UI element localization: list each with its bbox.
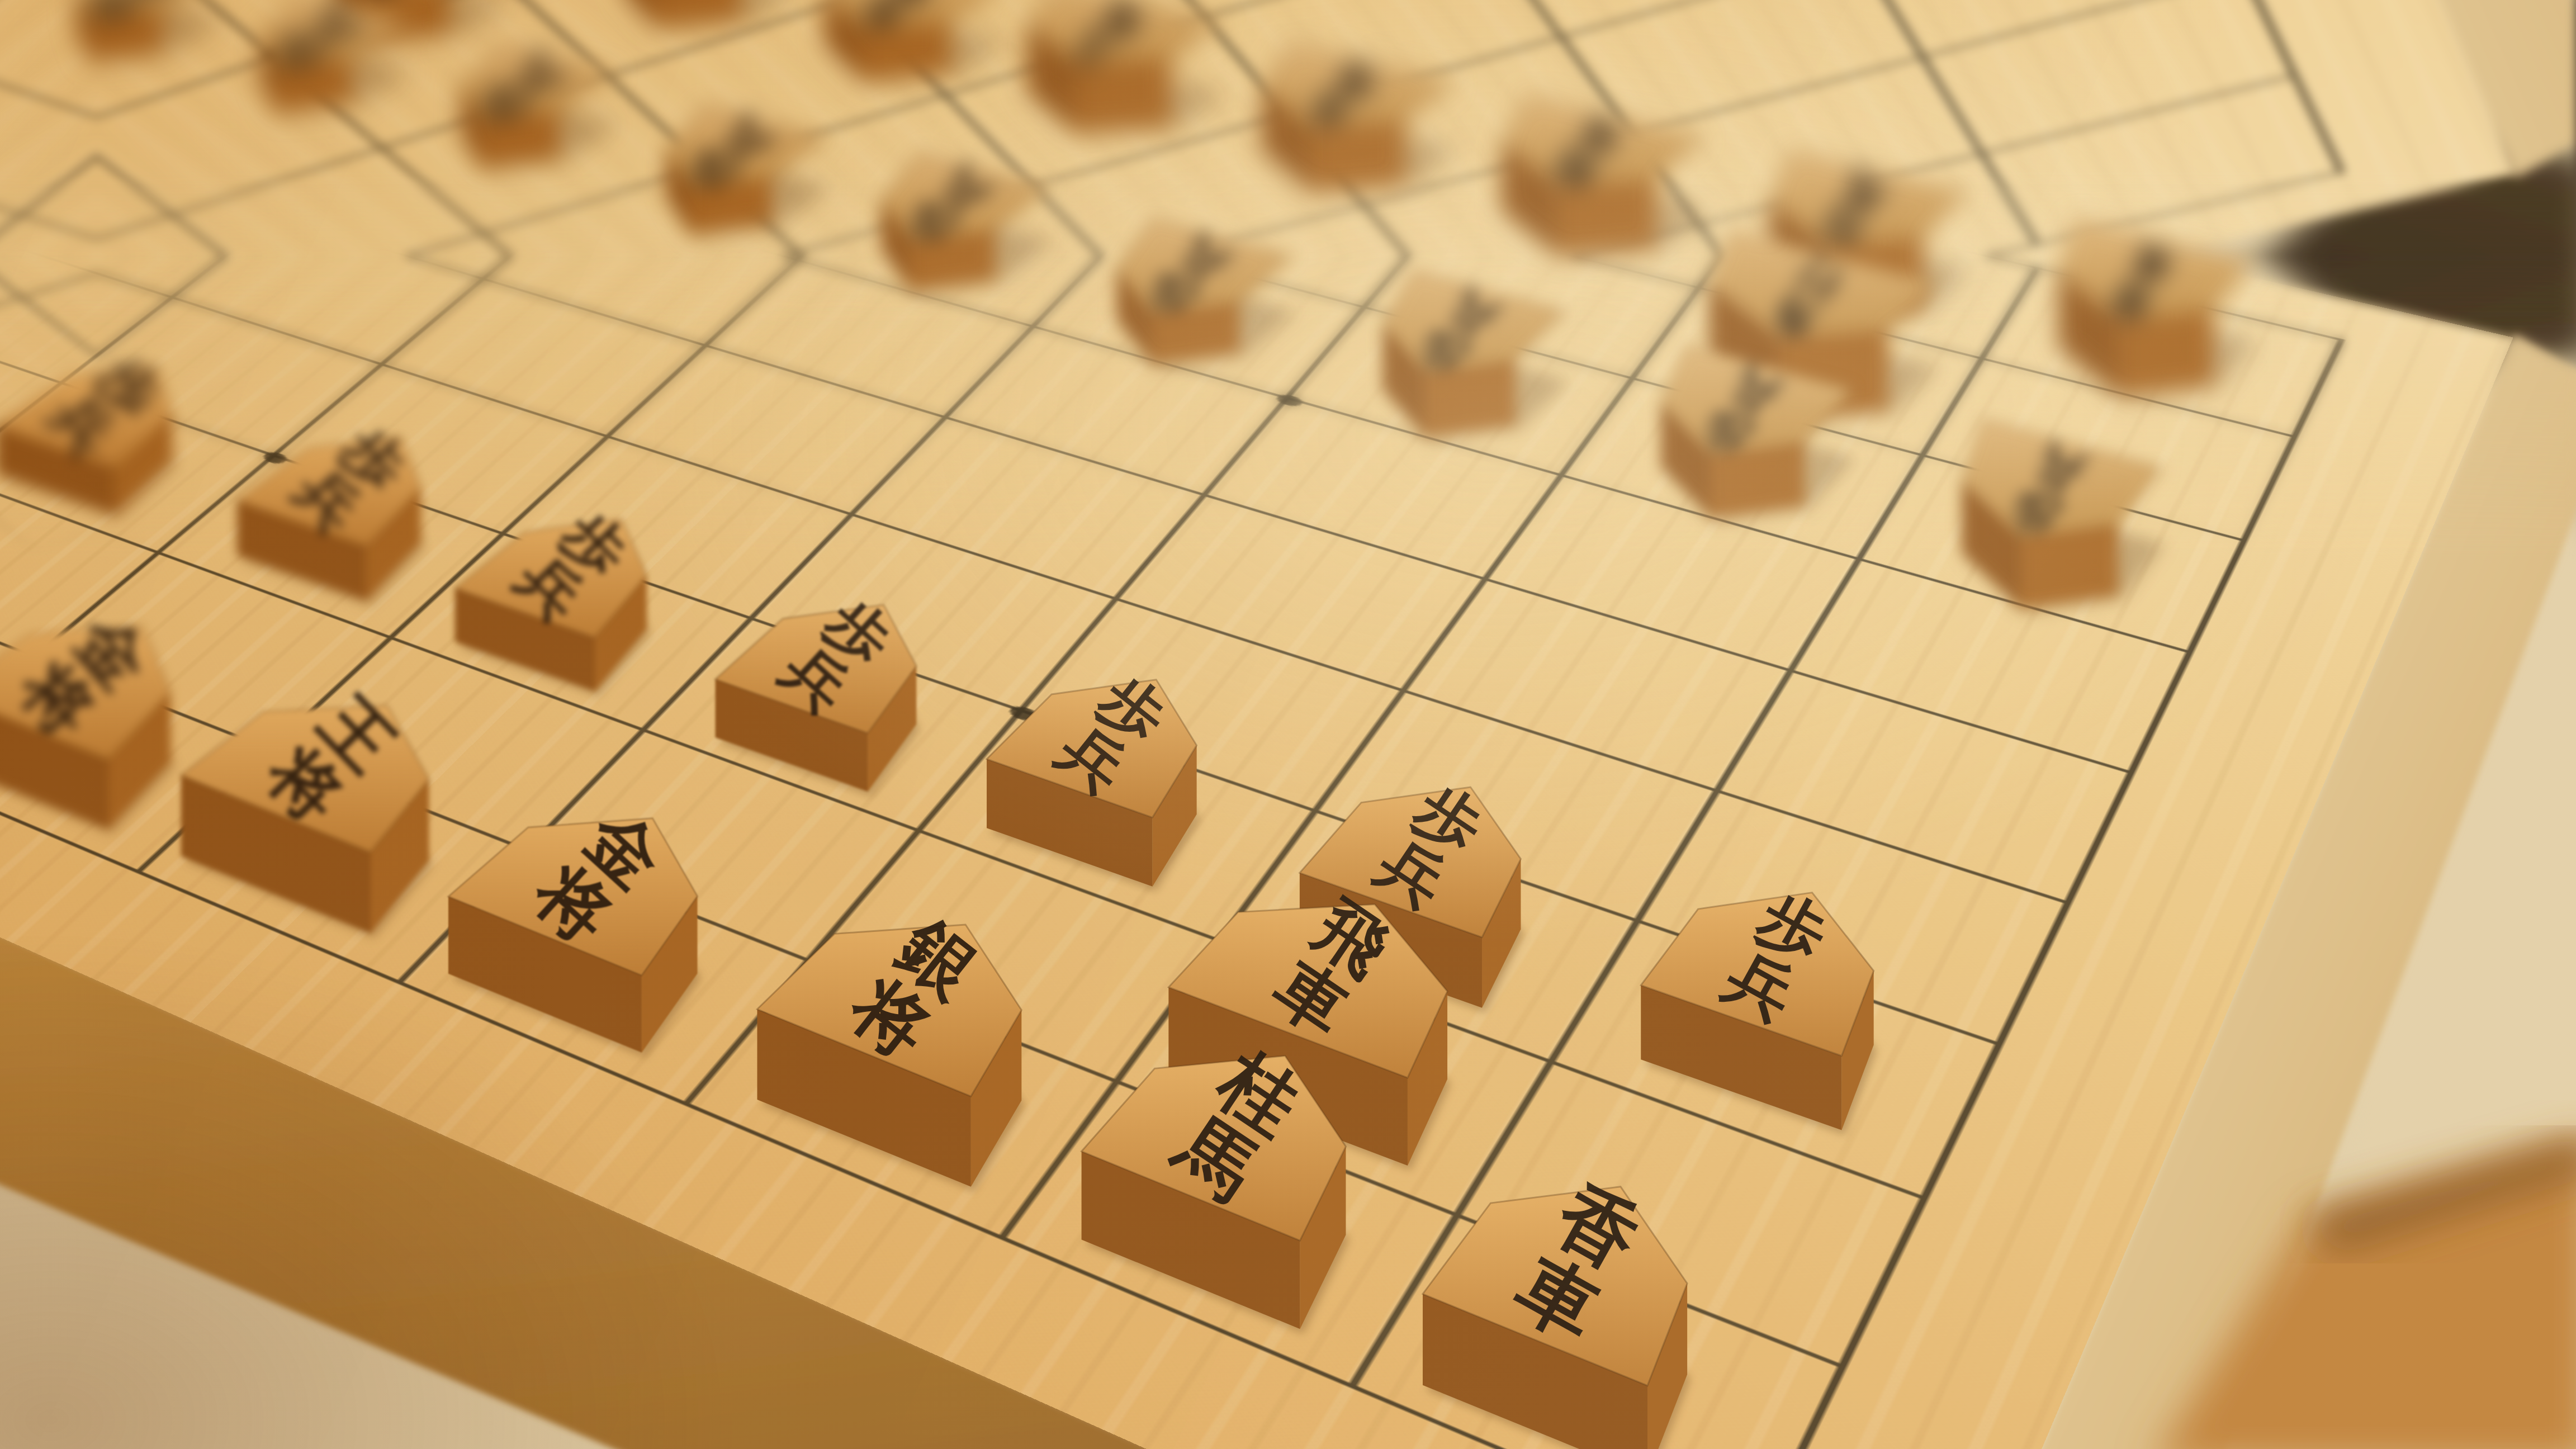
piece-5c: 歩兵 [881, 152, 1053, 296]
piece-6i: 金将 [0, 599, 174, 835]
piece-1c: 歩兵 [1962, 419, 2165, 613]
piece-7a: 銀将 [622, 0, 797, 31]
piece-3i: 銀将 [757, 901, 1025, 1192]
piece-7g: 歩兵 [0, 342, 176, 520]
piece-3g: 歩兵 [987, 660, 1200, 891]
piece-3a: 銀将 [1501, 94, 1707, 260]
pieces-layer: 香車桂馬銀将飛車歩兵金将歩兵玉将歩兵金将歩兵銀将歩兵桂馬歩兵歩兵香車角行歩兵歩兵… [0, 0, 2576, 1449]
piece-5a: 玉将 [1026, 0, 1226, 137]
piece-1i: 香車 [1423, 1168, 1690, 1449]
piece-1g: 歩兵 [1641, 877, 1877, 1135]
shogi-photo-scene: 香車桂馬銀将飛車歩兵金将歩兵玉将歩兵金将歩兵銀将歩兵桂馬歩兵歩兵香車角行歩兵歩兵… [0, 0, 2576, 1449]
piece-4i: 金将 [448, 793, 700, 1058]
piece-8c: 歩兵 [259, 0, 413, 117]
piece-4a: 金将 [1261, 41, 1458, 196]
piece-4g: 歩兵 [716, 585, 920, 797]
piece-3c: 歩兵 [1382, 270, 1569, 442]
piece-6a: 金将 [824, 0, 1006, 86]
piece-1a: 香車 [2058, 219, 2256, 401]
piece-5g: 歩兵 [455, 498, 650, 697]
piece-4c: 歩兵 [1116, 218, 1296, 369]
piece-6c: 歩兵 [665, 103, 831, 239]
piece-6g: 歩兵 [237, 414, 424, 606]
piece-2i: 桂馬 [1082, 1034, 1349, 1334]
piece-9c: 歩兵 [75, 0, 225, 65]
piece-5i: 王将 [181, 679, 432, 939]
piece-7c: 歩兵 [460, 41, 620, 173]
